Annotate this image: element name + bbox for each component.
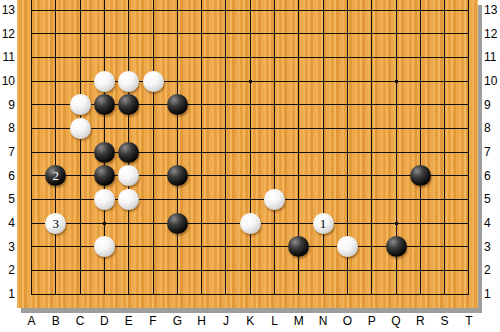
row-label-right-13: 13 [484,2,500,18]
row-label-right-10: 10 [484,73,500,89]
grid-line-row-2 [31,270,469,271]
column-label-A: A [20,314,44,329]
grid-line-row-13 [31,10,469,11]
row-label-right-5: 5 [484,191,500,207]
row-label-left-10: 10 [0,73,15,89]
stone-black-R6 [410,165,431,186]
stone-white-D3 [94,236,115,257]
grid-line-row-1 [31,294,469,295]
stone-white-B4: 3 [45,213,66,234]
grid-line-col-P [371,0,372,295]
move-number-1: 1 [320,216,327,231]
stone-black-G9 [167,94,188,115]
column-label-B: B [44,314,68,329]
row-label-right-9: 9 [484,97,500,113]
row-label-left-11: 11 [0,49,15,65]
row-label-right-3: 3 [484,239,500,255]
row-label-right-12: 12 [484,26,500,42]
grid-line-col-T [468,0,469,295]
column-label-T: T [457,314,481,329]
stone-black-G6 [167,165,188,186]
column-label-L: L [263,314,287,329]
grid-line-row-8 [31,128,469,129]
grid-line-col-J [225,0,226,295]
row-label-right-7: 7 [484,144,500,160]
grid-line-col-G [177,0,178,295]
grid-line-col-F [153,0,154,295]
row-label-left-13: 13 [0,2,15,18]
go-diagram: 312 13121110987654321 13121110987654321 … [0,0,500,332]
row-label-left-2: 2 [0,262,15,278]
grid-line-col-A [31,0,32,295]
stone-black-E7 [118,142,139,163]
column-label-P: P [360,314,384,329]
stone-white-O3 [337,236,358,257]
column-label-R: R [408,314,432,329]
column-label-J: J [214,314,238,329]
row-label-left-8: 8 [0,120,15,136]
grid-line-row-12 [31,33,469,34]
column-label-H: H [190,314,214,329]
star-point-D4 [103,222,106,225]
star-point-Q10 [395,80,398,83]
row-label-left-1: 1 [0,286,15,302]
stone-white-E6 [118,165,139,186]
column-label-N: N [311,314,335,329]
stone-black-G4 [167,213,188,234]
star-point-Q4 [395,222,398,225]
row-label-right-6: 6 [484,168,500,184]
column-label-S: S [433,314,457,329]
stone-white-D10 [94,71,115,92]
stone-white-N4: 1 [313,213,334,234]
grid-line-col-R [420,0,421,295]
row-label-right-2: 2 [484,262,500,278]
stone-black-D9 [94,94,115,115]
column-label-C: C [68,314,92,329]
row-label-left-7: 7 [0,144,15,160]
row-label-right-8: 8 [484,120,500,136]
row-label-left-5: 5 [0,191,15,207]
row-label-right-4: 4 [484,215,500,231]
row-label-left-6: 6 [0,168,15,184]
stone-white-E5 [118,189,139,210]
row-label-left-4: 4 [0,215,15,231]
column-label-O: O [335,314,359,329]
column-label-G: G [165,314,189,329]
row-label-left-9: 9 [0,97,15,113]
column-label-M: M [287,314,311,329]
row-label-right-1: 1 [484,286,500,302]
star-point-K10 [249,80,252,83]
stone-white-F10 [143,71,164,92]
grid-line-col-L [274,0,275,295]
grid-line-col-C [80,0,81,295]
grid-line-col-N [323,0,324,295]
row-label-right-11: 11 [484,49,500,65]
grid-line-col-K [250,0,251,295]
go-board[interactable]: 312 [17,0,478,308]
stone-white-C9 [70,94,91,115]
column-label-D: D [92,314,116,329]
grid-line-col-S [444,0,445,295]
stone-black-B6: 2 [45,165,66,186]
grid-line-row-11 [31,57,469,58]
row-label-left-3: 3 [0,239,15,255]
stone-white-C8 [70,118,91,139]
grid-line-col-B [55,0,56,295]
row-label-left-12: 12 [0,26,15,42]
stone-black-D6 [94,165,115,186]
move-number-3: 3 [53,216,60,231]
stone-black-E9 [118,94,139,115]
column-label-E: E [117,314,141,329]
stone-black-M3 [288,236,309,257]
column-label-F: F [141,314,165,329]
grid-line-col-H [201,0,202,295]
move-number-2: 2 [53,168,60,183]
stone-white-E10 [118,71,139,92]
stone-white-K4 [240,213,261,234]
column-label-K: K [238,314,262,329]
column-label-Q: Q [384,314,408,329]
stone-black-Q3 [386,236,407,257]
stone-white-L5 [264,189,285,210]
stone-black-D7 [94,142,115,163]
stone-white-D5 [94,189,115,210]
